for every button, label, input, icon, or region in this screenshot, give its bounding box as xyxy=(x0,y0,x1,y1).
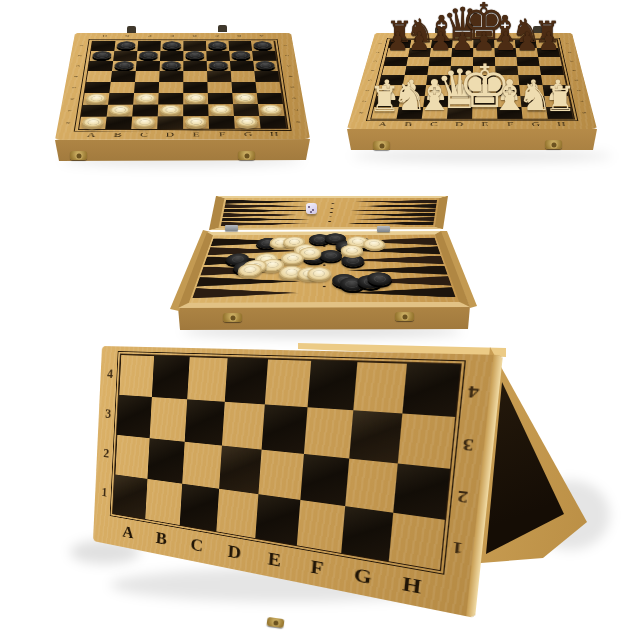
square-a6 xyxy=(83,93,109,105)
square-c4 xyxy=(187,356,227,401)
square-c5 xyxy=(426,75,450,85)
white-checker xyxy=(82,117,105,127)
hinge-icon xyxy=(127,26,136,33)
file-labels-far: HGFEDCBA xyxy=(93,34,273,39)
square-c8 xyxy=(131,116,157,128)
square-g2 xyxy=(229,51,253,61)
decorative-pip xyxy=(331,203,334,204)
square-f2 xyxy=(206,51,230,61)
black-checker xyxy=(92,51,112,59)
square-h4 xyxy=(540,66,564,76)
backgammon-points-area xyxy=(218,198,439,228)
white-checker xyxy=(307,267,331,280)
square-a4 xyxy=(119,354,155,397)
square-g4 xyxy=(231,71,256,82)
square-c4 xyxy=(427,66,450,76)
square-b2 xyxy=(113,51,137,61)
black-checker xyxy=(139,51,158,59)
square-b1 xyxy=(410,40,432,48)
white-checker xyxy=(260,105,282,115)
hinge-icon xyxy=(377,226,390,232)
square-a4 xyxy=(86,71,112,82)
square-a7 xyxy=(81,105,108,117)
square-b1 xyxy=(145,479,182,525)
square-e6 xyxy=(183,93,208,105)
square-g7 xyxy=(233,104,259,116)
square-f1 xyxy=(494,40,516,48)
backgammon-point xyxy=(224,204,312,208)
square-a7 xyxy=(374,96,401,107)
square-h5 xyxy=(255,82,281,93)
square-b8 xyxy=(105,117,132,129)
square-f8 xyxy=(209,116,235,128)
white-checker xyxy=(340,245,363,256)
decorative-pip xyxy=(323,245,326,246)
square-a8 xyxy=(371,107,398,119)
square-f7 xyxy=(496,96,521,107)
chess-board-surface: ABCDEFGH1234567812345678HGFEDCBA xyxy=(347,33,597,129)
square-b7 xyxy=(107,105,133,117)
square-b5 xyxy=(403,75,428,85)
square-b5 xyxy=(109,82,135,93)
square-f3 xyxy=(304,407,353,458)
square-a3 xyxy=(88,61,113,71)
backgammon-point xyxy=(225,200,313,204)
backgammon-open-box-view xyxy=(165,180,480,332)
square-f2 xyxy=(300,454,349,506)
square-g8 xyxy=(521,107,547,119)
square-h7 xyxy=(544,96,570,107)
square-b3 xyxy=(150,397,188,442)
square-e7 xyxy=(472,96,497,107)
square-c8 xyxy=(422,107,448,119)
square-d3 xyxy=(451,57,473,66)
white-checker xyxy=(109,105,131,115)
backgammon-point xyxy=(346,266,447,275)
square-d1 xyxy=(216,489,258,538)
square-g3 xyxy=(230,61,254,71)
clasp-icon xyxy=(223,313,242,322)
decorative-pip xyxy=(323,286,326,288)
square-e8 xyxy=(472,107,497,119)
square-h8 xyxy=(259,116,286,128)
decorative-pip xyxy=(328,221,331,222)
square-c3 xyxy=(136,61,160,71)
clasp-icon xyxy=(395,312,414,321)
square-a1 xyxy=(389,40,412,48)
white-checker xyxy=(185,117,206,127)
square-c1 xyxy=(137,41,160,51)
square-e3 xyxy=(473,57,495,66)
clasp-icon xyxy=(70,151,87,160)
hinge-icon xyxy=(533,26,542,33)
square-b2 xyxy=(147,438,184,483)
square-b4 xyxy=(152,355,190,399)
square-a3 xyxy=(384,57,408,66)
square-c3 xyxy=(429,57,452,66)
white-checker xyxy=(85,94,107,103)
backgammon-point xyxy=(350,213,435,217)
square-a2 xyxy=(90,51,115,61)
product-photo-stage: ABCDEFGH1234567812345678HGFEDCBA ABCDEFG… xyxy=(0,0,640,640)
square-d2 xyxy=(160,51,183,61)
square-d8 xyxy=(447,107,472,119)
black-checker xyxy=(209,61,229,70)
black-checker xyxy=(231,51,251,59)
white-checker xyxy=(134,117,156,127)
square-g1 xyxy=(515,40,537,48)
white-checker xyxy=(185,93,205,102)
square-f5 xyxy=(496,75,520,85)
backgammon-point xyxy=(348,221,434,225)
white-checker xyxy=(363,239,386,250)
square-b3 xyxy=(112,61,137,71)
square-e6 xyxy=(473,85,497,96)
square-h1 xyxy=(536,40,558,48)
square-d8 xyxy=(157,116,183,128)
decorative-pip xyxy=(331,208,334,209)
square-f2 xyxy=(494,48,516,57)
square-a1 xyxy=(113,474,148,519)
backgammon-points-area xyxy=(189,234,459,302)
square-b3 xyxy=(406,57,429,66)
black-checker xyxy=(117,41,137,49)
square-h4 xyxy=(402,363,460,417)
square-e4 xyxy=(183,71,207,82)
die xyxy=(306,203,317,214)
black-checker xyxy=(185,51,204,59)
square-e4 xyxy=(265,359,311,408)
square-h1 xyxy=(389,513,445,570)
square-g8 xyxy=(234,116,261,128)
square-h7 xyxy=(258,104,285,116)
square-c7 xyxy=(423,96,448,107)
white-checker xyxy=(234,93,255,102)
square-h3 xyxy=(253,61,278,71)
white-checker xyxy=(210,105,231,115)
hinge-icon xyxy=(225,225,238,231)
square-d5 xyxy=(159,82,184,93)
square-e7 xyxy=(183,104,208,116)
backgammon-point xyxy=(222,217,310,221)
square-b7 xyxy=(399,96,425,107)
square-c6 xyxy=(425,85,450,96)
backgammon-point xyxy=(351,204,436,208)
square-a6 xyxy=(377,85,403,96)
square-h2 xyxy=(537,48,560,57)
square-a2 xyxy=(115,435,150,479)
square-f8 xyxy=(497,107,523,119)
black-checker xyxy=(162,61,181,70)
square-e3 xyxy=(183,61,207,71)
square-f6 xyxy=(208,93,233,105)
backgammon-point xyxy=(350,208,435,212)
square-c4 xyxy=(135,71,160,82)
board-grid xyxy=(79,41,286,129)
white-checker xyxy=(136,93,157,102)
square-e2 xyxy=(473,48,495,57)
square-c5 xyxy=(134,82,159,93)
square-e8 xyxy=(183,116,209,128)
backgammon-lid-interior xyxy=(209,196,448,230)
square-f1 xyxy=(206,41,229,51)
square-f6 xyxy=(496,85,520,96)
square-d3 xyxy=(160,61,184,71)
square-d1 xyxy=(452,40,473,48)
square-d7 xyxy=(448,96,473,107)
square-b1 xyxy=(114,41,138,51)
white-checker xyxy=(237,263,263,276)
square-h8 xyxy=(546,107,573,119)
square-g5 xyxy=(518,75,542,85)
square-f1 xyxy=(297,500,345,553)
square-g3 xyxy=(516,57,539,66)
clasp-icon xyxy=(266,617,284,628)
backgammon-point xyxy=(224,209,312,213)
square-e1 xyxy=(183,41,206,51)
square-a8 xyxy=(79,117,107,129)
square-h5 xyxy=(541,75,566,85)
square-f3 xyxy=(495,57,518,66)
backgammon-point xyxy=(352,200,437,204)
square-e3 xyxy=(262,404,308,453)
square-h3 xyxy=(398,413,455,468)
square-d1 xyxy=(160,41,183,51)
square-g1 xyxy=(229,41,253,51)
square-b6 xyxy=(108,93,134,105)
square-c2 xyxy=(182,442,222,489)
square-h2 xyxy=(393,463,450,519)
square-b4 xyxy=(111,71,136,82)
square-e5 xyxy=(183,82,208,93)
square-g6 xyxy=(519,85,544,96)
square-f3 xyxy=(207,61,231,71)
square-e5 xyxy=(473,75,496,85)
square-g4 xyxy=(517,66,541,76)
square-f4 xyxy=(495,66,518,76)
folded-board-front-face: ABCDEFGH43214321 xyxy=(93,346,503,618)
square-h2 xyxy=(252,51,276,61)
clasp-icon xyxy=(545,140,562,149)
square-c7 xyxy=(132,105,158,117)
square-f4 xyxy=(207,71,231,82)
square-c1 xyxy=(431,40,453,48)
white-checker xyxy=(236,117,258,127)
square-h4 xyxy=(254,71,279,82)
square-a5 xyxy=(85,82,111,93)
square-a5 xyxy=(379,75,404,85)
square-g6 xyxy=(232,93,258,105)
square-d7 xyxy=(158,104,183,116)
square-g1 xyxy=(341,506,393,561)
square-g5 xyxy=(231,82,256,93)
file-labels: ABCDEFGH xyxy=(78,129,288,139)
black-checker xyxy=(253,41,273,49)
square-h1 xyxy=(251,41,275,51)
square-g2 xyxy=(345,459,398,513)
square-b6 xyxy=(401,85,426,96)
decorative-pip xyxy=(323,264,326,265)
square-a1 xyxy=(91,41,115,51)
square-a4 xyxy=(382,66,407,76)
square-c2 xyxy=(137,51,161,61)
square-e1 xyxy=(255,494,300,545)
square-g3 xyxy=(349,410,402,463)
black-checker xyxy=(320,250,343,262)
square-f7 xyxy=(208,104,234,116)
backgammon-point xyxy=(349,217,435,221)
square-d6 xyxy=(158,93,183,105)
decorative-pip xyxy=(329,217,332,218)
square-d2 xyxy=(451,48,473,57)
square-e2 xyxy=(258,450,304,500)
square-d2 xyxy=(219,446,261,495)
square-d4 xyxy=(159,71,183,82)
clasp-icon xyxy=(373,141,390,150)
white-checker xyxy=(281,252,305,264)
backgammon-tray-interior xyxy=(178,231,470,308)
black-checker xyxy=(114,61,134,70)
square-e2 xyxy=(183,51,206,61)
file-labels-far: HGFEDCBA xyxy=(391,34,556,38)
backgammon-point xyxy=(192,288,299,299)
black-checker xyxy=(341,255,365,267)
square-b2 xyxy=(408,48,431,57)
square-g7 xyxy=(520,96,546,107)
chess-board-view: ABCDEFGH1234567812345678HGFEDCBA ♜♞♝♛♚♝♞… xyxy=(340,8,640,172)
square-a2 xyxy=(386,48,409,57)
square-a3 xyxy=(117,395,152,438)
black-checker xyxy=(163,41,182,49)
square-h6 xyxy=(257,93,283,105)
white-checker xyxy=(160,105,181,115)
file-labels: ABCDEFGH xyxy=(369,120,575,129)
square-e1 xyxy=(473,40,494,48)
folded-board-view: ABCDEFGH43214321 xyxy=(70,330,598,638)
square-b4 xyxy=(405,66,429,76)
square-d5 xyxy=(449,75,472,85)
square-g2 xyxy=(516,48,539,57)
checkers-board-surface: ABCDEFGH1234567812345678HGFEDCBA xyxy=(55,33,310,140)
square-g4 xyxy=(353,361,407,413)
black-checker xyxy=(208,41,227,49)
checkers-board-view: ABCDEFGH1234567812345678HGFEDCBA xyxy=(50,15,322,167)
square-f5 xyxy=(207,82,232,93)
square-d3 xyxy=(222,402,265,450)
square-c3 xyxy=(185,399,225,445)
decorative-pip xyxy=(330,212,333,213)
square-f4 xyxy=(308,360,358,410)
clasp-icon xyxy=(238,151,255,160)
square-h6 xyxy=(543,85,569,96)
square-c6 xyxy=(133,93,159,105)
black-checker xyxy=(255,61,275,69)
backgammon-point xyxy=(223,213,311,217)
square-d6 xyxy=(449,85,473,96)
square-d4 xyxy=(450,66,473,76)
square-c1 xyxy=(180,484,219,532)
square-d4 xyxy=(225,357,268,404)
board-grid xyxy=(371,40,573,119)
square-e4 xyxy=(473,66,496,76)
hinge-icon xyxy=(218,25,227,32)
square-c2 xyxy=(430,48,452,57)
square-b8 xyxy=(397,107,424,119)
square-h3 xyxy=(538,57,562,66)
backgammon-point xyxy=(348,287,456,298)
